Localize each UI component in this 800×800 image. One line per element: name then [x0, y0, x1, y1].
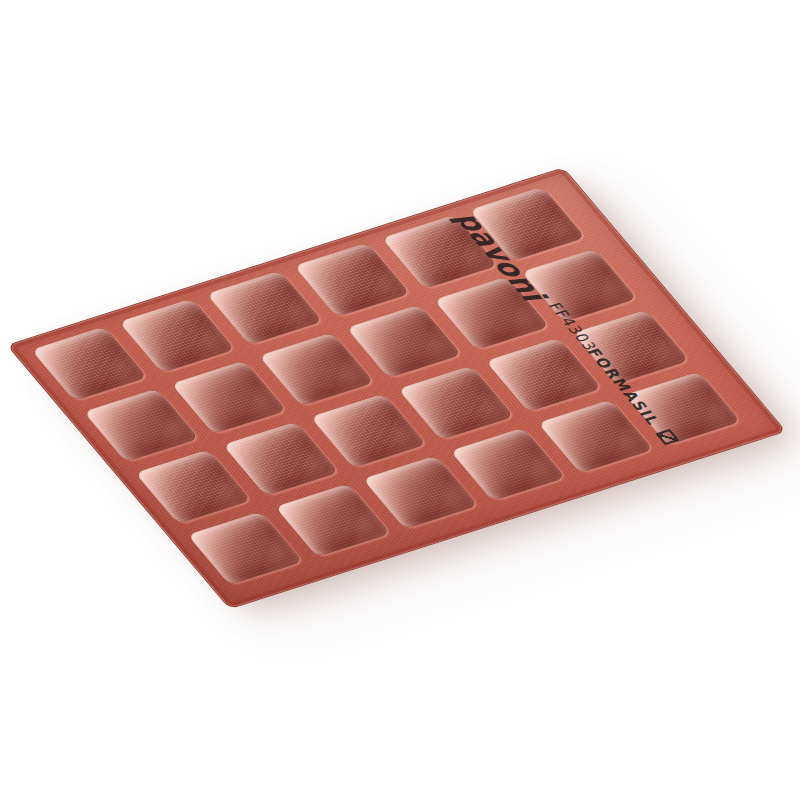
- mold-cavity: [187, 511, 303, 585]
- mold-cavity: [346, 304, 462, 378]
- mold-cavity: [450, 427, 566, 501]
- mold-cavity: [274, 483, 390, 557]
- mold-cavity: [258, 332, 374, 406]
- silicone-mold: pavoni FF4303 FORMASIL: [7, 167, 787, 609]
- mold-cavity: [362, 455, 478, 529]
- mold-cavity: [310, 393, 426, 467]
- mold-cavity: [83, 388, 199, 462]
- product-photo-scene: pavoni FF4303 FORMASIL: [0, 0, 800, 800]
- mold-cavity: [31, 326, 147, 400]
- mold-cavity: [206, 270, 322, 344]
- mold-cavity: [294, 242, 410, 316]
- mold-cavity: [135, 449, 251, 523]
- mold-cavity: [222, 421, 338, 495]
- mold-cavity: [119, 298, 235, 372]
- mold-cavity: [171, 360, 287, 434]
- cavity-grid: [8, 168, 785, 608]
- mold-cavity: [398, 365, 514, 439]
